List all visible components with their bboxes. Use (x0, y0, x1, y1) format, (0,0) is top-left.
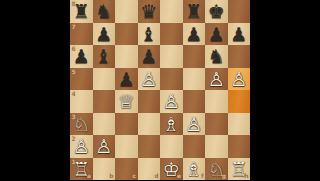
piece-black-pawn-h7[interactable]: ♟ (230, 23, 247, 46)
square-f6[interactable] (183, 45, 206, 68)
piece-black-knight-g6[interactable]: ♞ (208, 45, 225, 68)
square-a8[interactable]: 8♜ (70, 0, 93, 23)
square-g5[interactable]: ♙ (205, 68, 228, 91)
square-g3[interactable] (205, 113, 228, 136)
square-f1[interactable]: f♗ (183, 158, 206, 181)
piece-black-queen-d8[interactable]: ♛ (140, 0, 157, 23)
square-d3[interactable] (138, 113, 161, 136)
square-c1[interactable]: c (115, 158, 138, 181)
rank-label-3: 3 (72, 114, 76, 120)
square-g7[interactable]: ♟ (205, 23, 228, 46)
square-a7[interactable]: 7 (70, 23, 93, 46)
square-e2[interactable] (160, 135, 183, 158)
square-b3[interactable] (93, 113, 116, 136)
piece-black-pawn-a6[interactable]: ♟ (73, 45, 90, 68)
piece-black-bishop-d7[interactable]: ♝ (140, 23, 157, 46)
square-h3[interactable] (228, 113, 251, 136)
file-label-d: d (154, 173, 158, 179)
piece-black-knight-b8[interactable]: ♞ (95, 0, 112, 23)
square-d7[interactable]: ♝ (138, 23, 161, 46)
square-e7[interactable] (160, 23, 183, 46)
file-label-b: b (109, 173, 113, 179)
square-b8[interactable]: ♞ (93, 0, 116, 23)
piece-white-queen-c4[interactable]: ♕ (118, 90, 135, 113)
square-h8[interactable] (228, 0, 251, 23)
square-h5[interactable]: ♙ (228, 68, 251, 91)
file-label-f: f (201, 173, 204, 179)
square-h4[interactable] (228, 90, 251, 113)
square-f7[interactable]: ♟ (183, 23, 206, 46)
square-d8[interactable]: ♛ (138, 0, 161, 23)
square-f5[interactable] (183, 68, 206, 91)
square-a3[interactable]: 3♘ (70, 113, 93, 136)
square-c5[interactable]: ♟ (115, 68, 138, 91)
piece-white-pawn-d5[interactable]: ♙ (140, 68, 157, 91)
piece-white-pawn-a2[interactable]: ♙ (73, 135, 90, 158)
square-c4[interactable]: ♕ (115, 90, 138, 113)
square-g4[interactable] (205, 90, 228, 113)
rank-label-2: 2 (72, 136, 76, 142)
square-d2[interactable] (138, 135, 161, 158)
square-h7[interactable]: ♟ (228, 23, 251, 46)
piece-black-pawn-b7[interactable]: ♟ (95, 23, 112, 46)
piece-white-king-e1[interactable]: ♔ (163, 158, 180, 181)
square-c7[interactable] (115, 23, 138, 46)
piece-white-pawn-b2[interactable]: ♙ (95, 135, 112, 158)
piece-black-bishop-b6[interactable]: ♝ (95, 45, 112, 68)
square-b5[interactable] (93, 68, 116, 91)
rank-label-6: 6 (72, 46, 76, 52)
rank-label-1: 1 (72, 159, 76, 165)
file-label-h: h (244, 173, 248, 179)
square-h6[interactable] (228, 45, 251, 68)
square-h1[interactable]: h♖ (228, 158, 251, 181)
square-b4[interactable] (93, 90, 116, 113)
chess-board: 8♜♞♛♜♚7♟♝♟♟♟6♟♝♟♞5♟♙♙♙4♕♙3♘♗♙2♙♙1a♖bcde♔… (70, 0, 250, 180)
piece-black-king-g8[interactable]: ♚ (208, 0, 225, 23)
piece-black-rook-f8[interactable]: ♜ (185, 0, 202, 23)
piece-black-pawn-c5[interactable]: ♟ (118, 68, 135, 91)
file-label-g: g (222, 173, 226, 179)
square-c6[interactable] (115, 45, 138, 68)
piece-black-pawn-f7[interactable]: ♟ (185, 23, 202, 46)
square-a6[interactable]: 6♟ (70, 45, 93, 68)
square-d4[interactable] (138, 90, 161, 113)
square-a2[interactable]: 2♙ (70, 135, 93, 158)
rank-label-4: 4 (72, 91, 76, 97)
square-a5[interactable]: 5 (70, 68, 93, 91)
square-d6[interactable]: ♟ (138, 45, 161, 68)
square-g1[interactable]: g♘ (205, 158, 228, 181)
square-b2[interactable]: ♙ (93, 135, 116, 158)
piece-black-pawn-d6[interactable]: ♟ (140, 45, 157, 68)
piece-white-rook-h1[interactable]: ♖ (230, 158, 247, 181)
piece-black-rook-a8[interactable]: ♜ (73, 0, 90, 23)
square-h2[interactable] (228, 135, 251, 158)
piece-white-bishop-e3[interactable]: ♗ (163, 113, 180, 136)
letterbox-right (250, 0, 320, 180)
square-g8[interactable]: ♚ (205, 0, 228, 23)
square-e8[interactable] (160, 0, 183, 23)
square-f3[interactable]: ♙ (183, 113, 206, 136)
letterbox-left (0, 0, 70, 180)
square-e3[interactable]: ♗ (160, 113, 183, 136)
square-a4[interactable]: 4 (70, 90, 93, 113)
square-e5[interactable] (160, 68, 183, 91)
square-f2[interactable] (183, 135, 206, 158)
piece-white-knight-a3[interactable]: ♘ (73, 113, 90, 136)
piece-black-pawn-g7[interactable]: ♟ (208, 23, 225, 46)
piece-white-bishop-f1[interactable]: ♗ (185, 158, 202, 181)
square-d5[interactable]: ♙ (138, 68, 161, 91)
square-g6[interactable]: ♞ (205, 45, 228, 68)
piece-white-pawn-h5[interactable]: ♙ (230, 68, 247, 91)
square-d1[interactable]: d (138, 158, 161, 181)
piece-white-knight-g1[interactable]: ♘ (208, 158, 225, 181)
square-b1[interactable]: b (93, 158, 116, 181)
file-label-e: e (177, 173, 181, 179)
square-e1[interactable]: e♔ (160, 158, 183, 181)
file-label-c: c (132, 173, 136, 179)
square-b7[interactable]: ♟ (93, 23, 116, 46)
file-label-a: a (87, 173, 91, 179)
rank-label-7: 7 (72, 24, 76, 30)
piece-white-rook-a1[interactable]: ♖ (73, 158, 90, 181)
rank-label-8: 8 (72, 1, 76, 7)
piece-white-pawn-f3[interactable]: ♙ (185, 113, 202, 136)
square-e4[interactable]: ♙ (160, 90, 183, 113)
square-f8[interactable]: ♜ (183, 0, 206, 23)
square-f4[interactable] (183, 90, 206, 113)
square-c3[interactable] (115, 113, 138, 136)
square-c2[interactable] (115, 135, 138, 158)
square-a1[interactable]: 1a♖ (70, 158, 93, 181)
piece-white-pawn-e4[interactable]: ♙ (163, 90, 180, 113)
square-e6[interactable] (160, 45, 183, 68)
rank-label-5: 5 (72, 69, 76, 75)
square-c8[interactable] (115, 0, 138, 23)
square-g2[interactable] (205, 135, 228, 158)
square-b6[interactable]: ♝ (93, 45, 116, 68)
piece-white-pawn-g5[interactable]: ♙ (208, 68, 225, 91)
